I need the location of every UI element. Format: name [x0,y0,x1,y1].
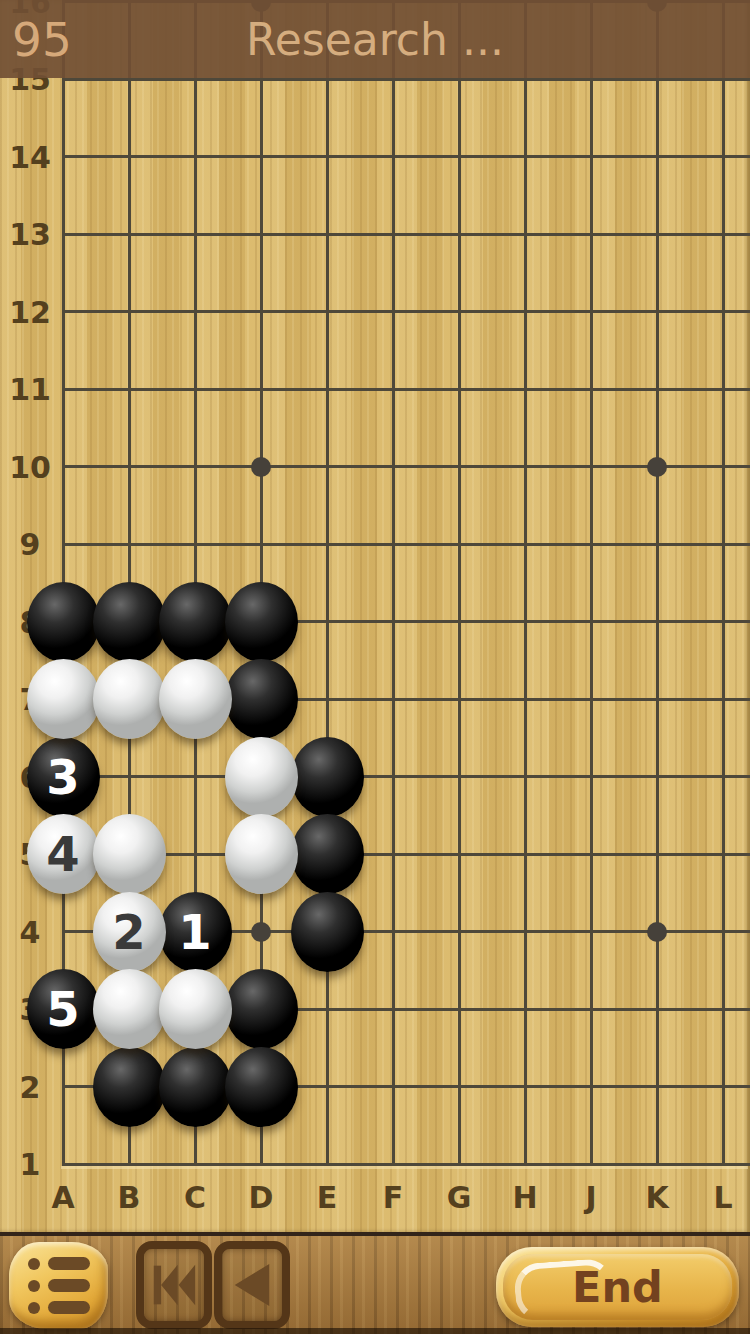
end-button-face: End [503,1254,732,1320]
grid-row-9 [62,543,750,546]
go-board[interactable]: 12345678910111213141516ABCDEFGHJKL31542 [0,0,750,1232]
go-app-screen: 12345678910111213141516ABCDEFGHJKL31542 … [0,0,750,1334]
row-label-13: 13 [9,217,51,252]
stone-black-B2[interactable] [93,1047,166,1127]
stone-black-B8[interactable] [93,582,166,662]
col-label-D: D [249,1180,274,1215]
col-label-L: L [713,1180,732,1215]
move-number-label: 5 [46,985,79,1033]
row-label-2: 2 [20,1069,41,1104]
row-label-9: 9 [20,527,41,562]
step-back-button[interactable] [214,1241,290,1329]
col-label-G: G [447,1180,472,1215]
stone-white-C3[interactable] [159,969,232,1049]
stone-black-D7[interactable] [225,659,298,739]
move-number-label: 1 [178,908,211,956]
stone-white-A5[interactable]: 4 [27,814,100,894]
menu-button[interactable] [9,1242,108,1329]
stone-black-D8[interactable] [225,582,298,662]
stone-black-C2[interactable] [159,1047,232,1127]
stone-white-D6[interactable] [225,737,298,817]
grid-column-H [524,0,527,1166]
stone-white-B4[interactable]: 2 [93,892,166,972]
step-back-icon [229,1259,275,1311]
row-label-1: 1 [20,1147,41,1182]
grid-row-6 [62,775,750,778]
grid-column-G [458,0,461,1166]
row-label-10: 10 [9,449,51,484]
move-number-label: 4 [46,830,79,878]
end-button[interactable]: End [496,1247,739,1327]
stone-black-A3[interactable]: 5 [27,969,100,1049]
col-label-F: F [383,1180,404,1215]
col-label-E: E [317,1180,338,1215]
top-bar: 95 Research ... [0,0,750,78]
grid-row-12 [62,310,750,313]
row-label-11: 11 [9,372,51,407]
stone-white-B5[interactable] [93,814,166,894]
col-label-K: K [645,1180,668,1215]
move-list-icon [28,1257,90,1314]
stone-black-C4[interactable]: 1 [159,892,232,972]
grid-row-14 [62,155,750,158]
stone-white-D5[interactable] [225,814,298,894]
stone-black-D3[interactable] [225,969,298,1049]
stone-black-A6[interactable]: 3 [27,737,100,817]
move-number: 95 [12,12,72,67]
grid-column-F [392,0,395,1166]
stone-white-B7[interactable] [93,659,166,739]
row-label-12: 12 [9,294,51,329]
col-label-C: C [184,1180,206,1215]
row-label-14: 14 [9,139,51,174]
grid-row-13 [62,233,750,236]
bottom-toolbar: End [0,1232,750,1334]
stone-white-B3[interactable] [93,969,166,1049]
col-label-J: J [585,1180,596,1215]
star-point-D4 [251,922,271,942]
stone-black-A8[interactable] [27,582,100,662]
col-label-H: H [512,1180,537,1215]
col-label-A: A [51,1180,74,1215]
stone-black-D2[interactable] [225,1047,298,1127]
page-title: Research ... [246,14,504,65]
stone-black-E6[interactable] [291,737,364,817]
stone-black-E5[interactable] [291,814,364,894]
grid-row-11 [62,388,750,391]
stone-white-C7[interactable] [159,659,232,739]
end-button-label: End [572,1262,663,1312]
star-point-K10 [647,457,667,477]
stone-black-C8[interactable] [159,582,232,662]
grid-column-K [656,0,659,1166]
stone-black-E4[interactable] [291,892,364,972]
skip-to-start-icon [151,1259,197,1311]
row-label-4: 4 [20,914,41,949]
skip-to-start-button[interactable] [136,1241,212,1329]
star-point-D10 [251,457,271,477]
col-label-B: B [118,1180,141,1215]
grid-column-E [326,0,329,1166]
grid-column-L [722,0,725,1166]
grid-column-J [590,0,593,1166]
board-edge-highlight [61,1166,748,1169]
star-point-K4 [647,922,667,942]
stone-white-A7[interactable] [27,659,100,739]
move-number-label: 3 [46,753,79,801]
move-number-label: 2 [112,908,145,956]
